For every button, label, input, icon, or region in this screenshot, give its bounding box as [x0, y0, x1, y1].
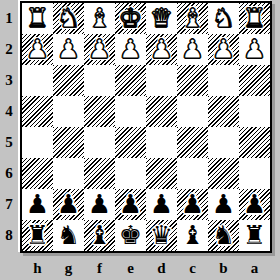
piece-white-rook[interactable]: ♜ [26, 3, 49, 34]
square-h7[interactable]: ♟ [22, 189, 53, 220]
square-f6[interactable] [84, 158, 115, 189]
square-d2[interactable]: ♟ [146, 34, 177, 65]
square-d7[interactable]: ♟ [146, 189, 177, 220]
file-label-a: a [239, 258, 270, 278]
piece-black-pawn[interactable]: ♟ [150, 189, 173, 220]
piece-black-pawn[interactable]: ♟ [212, 189, 235, 220]
square-d4[interactable] [146, 96, 177, 127]
piece-black-bishop[interactable]: ♝ [181, 220, 204, 251]
rank-label-6: 6 [0, 158, 18, 189]
square-g1[interactable]: ♞ [53, 3, 84, 34]
square-h4[interactable] [22, 96, 53, 127]
square-f2[interactable]: ♟ [84, 34, 115, 65]
file-label-b: b [208, 258, 239, 278]
rank-label-1: 1 [0, 3, 18, 34]
square-a7[interactable]: ♟ [239, 189, 270, 220]
square-a5[interactable] [239, 127, 270, 158]
piece-black-pawn[interactable]: ♟ [243, 189, 266, 220]
square-e2[interactable]: ♟ [115, 34, 146, 65]
piece-black-pawn[interactable]: ♟ [119, 189, 142, 220]
rank-label-2: 2 [0, 34, 18, 65]
rank-label-7: 7 [0, 189, 18, 220]
square-g4[interactable] [53, 96, 84, 127]
square-c3[interactable] [177, 65, 208, 96]
square-d3[interactable] [146, 65, 177, 96]
piece-black-king[interactable]: ♚ [119, 220, 142, 251]
square-f8[interactable]: ♝ [84, 220, 115, 251]
square-g8[interactable]: ♞ [53, 220, 84, 251]
square-b7[interactable]: ♟ [208, 189, 239, 220]
square-a8[interactable]: ♜ [239, 220, 270, 251]
square-e7[interactable]: ♟ [115, 189, 146, 220]
square-h3[interactable] [22, 65, 53, 96]
square-b8[interactable]: ♞ [208, 220, 239, 251]
square-b5[interactable] [208, 127, 239, 158]
piece-black-queen[interactable]: ♛ [150, 220, 173, 251]
square-g5[interactable] [53, 127, 84, 158]
piece-white-pawn[interactable]: ♟ [88, 34, 111, 65]
piece-white-knight[interactable]: ♞ [212, 3, 235, 34]
square-g3[interactable] [53, 65, 84, 96]
piece-black-knight[interactable]: ♞ [212, 220, 235, 251]
square-e4[interactable] [115, 96, 146, 127]
file-label-e: e [115, 258, 146, 278]
square-e8[interactable]: ♚ [115, 220, 146, 251]
square-a6[interactable] [239, 158, 270, 189]
piece-black-pawn[interactable]: ♟ [57, 189, 80, 220]
piece-black-rook[interactable]: ♜ [243, 220, 266, 251]
square-b6[interactable] [208, 158, 239, 189]
square-b1[interactable]: ♞ [208, 3, 239, 34]
square-c5[interactable] [177, 127, 208, 158]
rank-label-8: 8 [0, 220, 18, 251]
chess-board: ♜♞♝♚♛♝♞♜♟♟♟♟♟♟♟♟♟♟♟♟♟♟♟♟♜♞♝♚♛♝♞♜ [20, 1, 272, 253]
square-g2[interactable]: ♟ [53, 34, 84, 65]
square-d1[interactable]: ♛ [146, 3, 177, 34]
square-d8[interactable]: ♛ [146, 220, 177, 251]
square-g6[interactable] [53, 158, 84, 189]
square-e1[interactable]: ♚ [115, 3, 146, 34]
square-g7[interactable]: ♟ [53, 189, 84, 220]
square-d6[interactable] [146, 158, 177, 189]
piece-black-bishop[interactable]: ♝ [88, 220, 111, 251]
square-a4[interactable] [239, 96, 270, 127]
file-label-d: d [146, 258, 177, 278]
piece-white-king[interactable]: ♚ [119, 3, 142, 34]
piece-white-pawn[interactable]: ♟ [243, 34, 266, 65]
piece-white-pawn[interactable]: ♟ [150, 34, 173, 65]
file-label-c: c [177, 258, 208, 278]
square-c1[interactable]: ♝ [177, 3, 208, 34]
square-h5[interactable] [22, 127, 53, 158]
square-a3[interactable] [239, 65, 270, 96]
square-c8[interactable]: ♝ [177, 220, 208, 251]
square-h8[interactable]: ♜ [22, 220, 53, 251]
square-h1[interactable]: ♜ [22, 3, 53, 34]
piece-white-bishop[interactable]: ♝ [88, 3, 111, 34]
square-b4[interactable] [208, 96, 239, 127]
piece-black-rook[interactable]: ♜ [26, 220, 49, 251]
piece-white-bishop[interactable]: ♝ [181, 3, 204, 34]
rank-label-5: 5 [0, 127, 18, 158]
board-grid: ♜♞♝♚♛♝♞♜♟♟♟♟♟♟♟♟♟♟♟♟♟♟♟♟♜♞♝♚♛♝♞♜ [22, 3, 270, 251]
piece-white-pawn[interactable]: ♟ [26, 34, 49, 65]
piece-white-pawn[interactable]: ♟ [212, 34, 235, 65]
file-label-f: f [84, 258, 115, 278]
square-f4[interactable] [84, 96, 115, 127]
square-c4[interactable] [177, 96, 208, 127]
piece-white-pawn[interactable]: ♟ [57, 34, 80, 65]
piece-white-pawn[interactable]: ♟ [119, 34, 142, 65]
piece-black-knight[interactable]: ♞ [57, 220, 80, 251]
square-d5[interactable] [146, 127, 177, 158]
rank-label-3: 3 [0, 65, 18, 96]
file-label-h: h [22, 258, 53, 278]
square-b3[interactable] [208, 65, 239, 96]
square-a1[interactable]: ♜ [239, 3, 270, 34]
piece-black-pawn[interactable]: ♟ [26, 189, 49, 220]
chess-diagram: 12345678 hgfedcba ♜♞♝♚♛♝♞♜♟♟♟♟♟♟♟♟♟♟♟♟♟♟… [0, 0, 280, 280]
piece-white-rook[interactable]: ♜ [243, 3, 266, 34]
square-b2[interactable]: ♟ [208, 34, 239, 65]
piece-black-pawn[interactable]: ♟ [181, 189, 204, 220]
square-e6[interactable] [115, 158, 146, 189]
square-c7[interactable]: ♟ [177, 189, 208, 220]
square-c2[interactable]: ♟ [177, 34, 208, 65]
square-h6[interactable] [22, 158, 53, 189]
square-c6[interactable] [177, 158, 208, 189]
square-e3[interactable] [115, 65, 146, 96]
square-f5[interactable] [84, 127, 115, 158]
piece-black-pawn[interactable]: ♟ [88, 189, 111, 220]
square-f1[interactable]: ♝ [84, 3, 115, 34]
square-e5[interactable] [115, 127, 146, 158]
square-f7[interactable]: ♟ [84, 189, 115, 220]
file-label-g: g [53, 258, 84, 278]
piece-white-queen[interactable]: ♛ [150, 3, 173, 34]
square-h2[interactable]: ♟ [22, 34, 53, 65]
piece-white-pawn[interactable]: ♟ [181, 34, 204, 65]
square-a2[interactable]: ♟ [239, 34, 270, 65]
piece-white-knight[interactable]: ♞ [57, 3, 80, 34]
square-f3[interactable] [84, 65, 115, 96]
rank-label-4: 4 [0, 96, 18, 127]
